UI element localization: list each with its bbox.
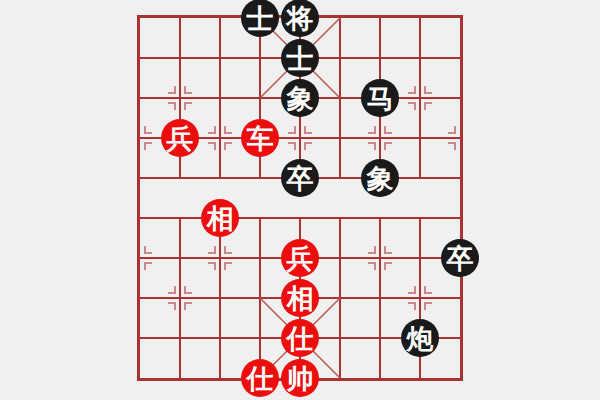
piece-black-soldier[interactable]: 卒 [281,159,319,197]
piece-red-soldier[interactable]: 兵 [281,239,319,277]
piece-black-soldier[interactable]: 卒 [441,239,479,277]
piece-black-cannon[interactable]: 炮 [401,319,439,357]
piece-black-advisor[interactable]: 士 [281,39,319,77]
xiangqi-app: 士将士象马兵车卒象相兵卒相仕炮仕帅 [0,0,600,400]
pieces: 士将士象马兵车卒象相兵卒相仕炮仕帅 [140,18,460,378]
piece-black-horse[interactable]: 马 [361,79,399,117]
piece-black-general[interactable]: 将 [281,0,319,37]
piece-red-advisor[interactable]: 仕 [281,319,319,357]
piece-red-elephant[interactable]: 相 [281,279,319,317]
piece-red-elephant[interactable]: 相 [201,199,239,237]
piece-black-elephant[interactable]: 象 [281,79,319,117]
piece-red-chariot[interactable]: 车 [241,119,279,157]
piece-black-advisor[interactable]: 士 [241,0,279,37]
piece-black-elephant[interactable]: 象 [361,159,399,197]
xiangqi-board[interactable]: 士将士象马兵车卒象相兵卒相仕炮仕帅 [137,15,463,381]
piece-red-general[interactable]: 帅 [281,359,319,397]
piece-red-soldier[interactable]: 兵 [161,119,199,157]
piece-red-advisor[interactable]: 仕 [241,359,279,397]
